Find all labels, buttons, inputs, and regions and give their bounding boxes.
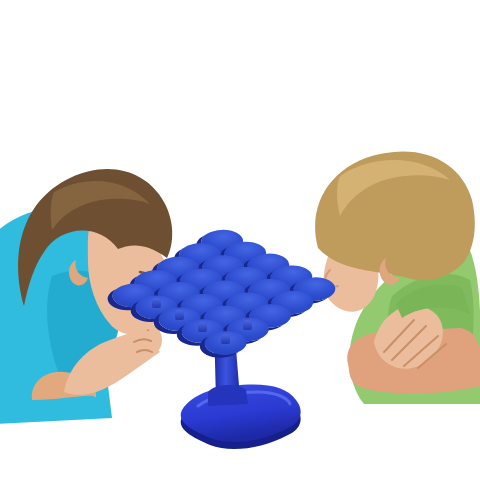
pieces-layer [0, 0, 480, 480]
board-peg [198, 322, 207, 332]
scene [0, 0, 480, 480]
balance-game [0, 0, 480, 480]
board-peg [221, 334, 230, 344]
board-peg [175, 310, 184, 320]
board-peg [152, 298, 161, 308]
board-peg [243, 320, 252, 330]
